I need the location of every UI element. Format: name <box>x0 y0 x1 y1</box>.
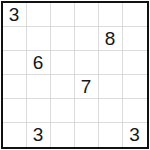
grid-cell[interactable] <box>75 123 99 147</box>
clue-cell[interactable]: 3 <box>3 3 27 27</box>
grid-cell[interactable] <box>123 51 147 75</box>
grid-cell[interactable] <box>99 123 123 147</box>
grid-cell[interactable] <box>51 75 75 99</box>
grid-cell[interactable] <box>75 27 99 51</box>
grid-cell[interactable] <box>27 99 51 123</box>
grid-cell[interactable] <box>3 27 27 51</box>
grid-cell[interactable] <box>75 99 99 123</box>
grid-cell[interactable] <box>3 123 27 147</box>
grid-cell[interactable] <box>99 75 123 99</box>
grid-cell[interactable] <box>27 3 51 27</box>
grid-cell[interactable] <box>51 51 75 75</box>
grid-cell[interactable] <box>3 99 27 123</box>
grid-cell[interactable] <box>123 75 147 99</box>
grid-cell[interactable] <box>123 3 147 27</box>
grid-cell[interactable] <box>75 3 99 27</box>
grid-cell[interactable] <box>99 99 123 123</box>
clue-cell[interactable]: 7 <box>75 75 99 99</box>
clue-cell[interactable]: 8 <box>99 27 123 51</box>
grid-cell[interactable] <box>51 99 75 123</box>
grid-cell[interactable] <box>99 3 123 27</box>
grid-cell[interactable] <box>123 99 147 123</box>
grid-cell[interactable] <box>123 27 147 51</box>
grid-cell[interactable] <box>3 75 27 99</box>
grid-cell[interactable] <box>51 27 75 51</box>
clue-cell[interactable]: 6 <box>27 51 51 75</box>
grid-cell[interactable] <box>3 51 27 75</box>
grid-cell[interactable] <box>27 75 51 99</box>
clue-cell[interactable]: 3 <box>27 123 51 147</box>
puzzle-board: 386733 <box>1 1 149 149</box>
grid-cell[interactable] <box>99 51 123 75</box>
grid-cell[interactable] <box>51 3 75 27</box>
grid-cell[interactable] <box>75 51 99 75</box>
grid-cell[interactable] <box>51 123 75 147</box>
grid-cell[interactable] <box>27 27 51 51</box>
clue-cell[interactable]: 3 <box>123 123 147 147</box>
